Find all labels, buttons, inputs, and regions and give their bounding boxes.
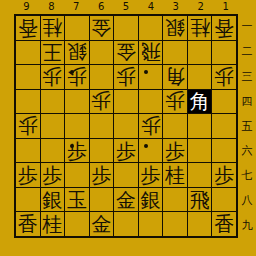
square-1-8[interactable] xyxy=(212,188,236,212)
square-8-9[interactable]: 桂 xyxy=(41,212,65,236)
square-8-2[interactable]: 王 xyxy=(41,41,65,65)
hoshi-dot xyxy=(70,144,74,148)
square-4-3[interactable] xyxy=(139,65,163,89)
square-5-9[interactable] xyxy=(114,212,138,236)
square-3-3[interactable]: 角 xyxy=(163,65,187,89)
square-2-6[interactable] xyxy=(188,139,212,163)
rank-label: 二 xyxy=(239,39,255,64)
piece-sente-飛: 飛 xyxy=(190,190,210,210)
square-9-1[interactable]: 香 xyxy=(16,16,40,40)
hoshi-dot xyxy=(70,70,74,74)
file-label: 1 xyxy=(213,0,238,13)
shogi-board: 香桂金銀桂香王銀金飛歩歩歩角歩歩歩角歩歩歩歩歩歩歩歩歩桂歩銀玉金銀飛香桂金香 xyxy=(14,14,238,238)
piece-gote-王: 王 xyxy=(42,42,62,62)
piece-gote-歩: 歩 xyxy=(214,67,234,87)
square-2-5[interactable] xyxy=(188,114,212,138)
square-3-1[interactable]: 銀 xyxy=(163,16,187,40)
hoshi-dot xyxy=(144,144,148,148)
square-6-4[interactable]: 歩 xyxy=(90,90,114,114)
square-1-2[interactable] xyxy=(212,41,236,65)
square-5-2[interactable]: 金 xyxy=(114,41,138,65)
piece-sente-金: 金 xyxy=(116,190,136,210)
shogi-app: 9 8 7 6 5 4 3 2 1 香桂金銀桂香王銀金飛歩歩歩角歩歩歩角歩歩歩歩… xyxy=(0,0,256,256)
square-2-7[interactable] xyxy=(188,163,212,187)
square-7-5[interactable] xyxy=(65,114,89,138)
piece-gote-桂: 桂 xyxy=(42,18,62,38)
square-5-8[interactable]: 金 xyxy=(114,188,138,212)
piece-gote-飛: 飛 xyxy=(141,42,161,62)
piece-sente-角: 角 xyxy=(190,91,210,111)
piece-gote-歩: 歩 xyxy=(42,67,62,87)
square-3-9[interactable] xyxy=(163,212,187,236)
square-8-4[interactable] xyxy=(41,90,65,114)
square-3-5[interactable] xyxy=(163,114,187,138)
piece-gote-銀: 銀 xyxy=(165,18,185,38)
square-6-9[interactable]: 金 xyxy=(90,212,114,236)
piece-gote-歩: 歩 xyxy=(141,116,161,136)
piece-gote-金: 金 xyxy=(116,42,136,62)
square-7-6[interactable]: 歩 xyxy=(65,139,89,163)
square-4-1[interactable] xyxy=(139,16,163,40)
piece-sente-歩: 歩 xyxy=(214,165,234,185)
square-9-7[interactable]: 歩 xyxy=(16,163,40,187)
square-1-1[interactable]: 香 xyxy=(212,16,236,40)
square-3-4[interactable]: 歩 xyxy=(163,90,187,114)
square-9-3[interactable] xyxy=(16,65,40,89)
piece-sente-玉: 玉 xyxy=(67,190,87,210)
piece-sente-桂: 桂 xyxy=(165,165,185,185)
rank-label: 六 xyxy=(239,138,255,163)
square-1-7[interactable]: 歩 xyxy=(212,163,236,187)
square-3-2[interactable] xyxy=(163,41,187,65)
square-1-6[interactable] xyxy=(212,139,236,163)
square-3-7[interactable]: 桂 xyxy=(163,163,187,187)
file-labels: 9 8 7 6 5 4 3 2 1 xyxy=(14,0,238,13)
square-5-3[interactable]: 歩 xyxy=(114,65,138,89)
rank-label: 八 xyxy=(239,188,255,213)
file-label: 8 xyxy=(39,0,64,13)
piece-sente-歩: 歩 xyxy=(42,165,62,185)
square-8-5[interactable] xyxy=(41,114,65,138)
square-1-5[interactable] xyxy=(212,114,236,138)
square-9-8[interactable] xyxy=(16,188,40,212)
piece-sente-歩: 歩 xyxy=(116,141,136,161)
square-7-8[interactable]: 玉 xyxy=(65,188,89,212)
square-6-5[interactable] xyxy=(90,114,114,138)
square-7-4[interactable] xyxy=(65,90,89,114)
piece-gote-歩: 歩 xyxy=(18,116,38,136)
piece-gote-香: 香 xyxy=(18,18,38,38)
square-6-6[interactable] xyxy=(90,139,114,163)
piece-gote-角: 角 xyxy=(165,67,185,87)
square-6-3[interactable] xyxy=(90,65,114,89)
square-5-7[interactable] xyxy=(114,163,138,187)
file-label: 4 xyxy=(138,0,163,13)
square-8-8[interactable]: 銀 xyxy=(41,188,65,212)
piece-gote-桂: 桂 xyxy=(190,18,210,38)
square-5-5[interactable] xyxy=(114,114,138,138)
square-4-6[interactable] xyxy=(139,139,163,163)
square-5-1[interactable] xyxy=(114,16,138,40)
square-2-9[interactable] xyxy=(188,212,212,236)
square-1-9[interactable]: 香 xyxy=(212,212,236,236)
piece-gote-銀: 銀 xyxy=(67,42,87,62)
rank-label: 一 xyxy=(239,14,255,39)
square-4-9[interactable] xyxy=(139,212,163,236)
square-7-1[interactable] xyxy=(65,16,89,40)
piece-sente-銀: 銀 xyxy=(141,190,161,210)
piece-gote-歩: 歩 xyxy=(116,67,136,87)
square-2-4[interactable]: 角 xyxy=(188,90,212,114)
square-1-3[interactable]: 歩 xyxy=(212,65,236,89)
square-2-1[interactable]: 桂 xyxy=(188,16,212,40)
square-2-2[interactable] xyxy=(188,41,212,65)
square-8-3[interactable]: 歩 xyxy=(41,65,65,89)
piece-sente-歩: 歩 xyxy=(91,165,111,185)
piece-sente-歩: 歩 xyxy=(141,165,161,185)
file-label: 3 xyxy=(163,0,188,13)
rank-label: 五 xyxy=(239,114,255,139)
square-5-6[interactable]: 歩 xyxy=(114,139,138,163)
square-9-9[interactable]: 香 xyxy=(16,212,40,236)
square-9-6[interactable] xyxy=(16,139,40,163)
piece-gote-歩: 歩 xyxy=(165,91,185,111)
piece-sente-歩: 歩 xyxy=(165,141,185,161)
square-3-8[interactable] xyxy=(163,188,187,212)
square-8-7[interactable]: 歩 xyxy=(41,163,65,187)
piece-gote-金: 金 xyxy=(91,18,111,38)
square-6-8[interactable] xyxy=(90,188,114,212)
square-9-5[interactable]: 歩 xyxy=(16,114,40,138)
file-label: 2 xyxy=(188,0,213,13)
piece-sente-銀: 銀 xyxy=(42,190,62,210)
square-4-8[interactable]: 銀 xyxy=(139,188,163,212)
file-label: 6 xyxy=(89,0,114,13)
piece-gote-歩: 歩 xyxy=(91,91,111,111)
square-7-3[interactable]: 歩 xyxy=(65,65,89,89)
piece-sente-香: 香 xyxy=(214,214,234,234)
rank-label: 四 xyxy=(239,89,255,114)
file-label: 7 xyxy=(64,0,89,13)
square-9-2[interactable] xyxy=(16,41,40,65)
square-9-4[interactable] xyxy=(16,90,40,114)
square-4-7[interactable]: 歩 xyxy=(139,163,163,187)
square-6-7[interactable]: 歩 xyxy=(90,163,114,187)
file-label: 5 xyxy=(114,0,139,13)
square-4-5[interactable]: 歩 xyxy=(139,114,163,138)
hoshi-dot xyxy=(144,70,148,74)
rank-label: 九 xyxy=(239,213,255,238)
square-8-6[interactable] xyxy=(41,139,65,163)
square-7-7[interactable] xyxy=(65,163,89,187)
square-7-2[interactable]: 銀 xyxy=(65,41,89,65)
piece-sente-歩: 歩 xyxy=(18,165,38,185)
rank-label: 七 xyxy=(239,163,255,188)
square-4-2[interactable]: 飛 xyxy=(139,41,163,65)
square-8-1[interactable]: 桂 xyxy=(41,16,65,40)
square-4-4[interactable] xyxy=(139,90,163,114)
square-6-1[interactable]: 金 xyxy=(90,16,114,40)
piece-sente-金: 金 xyxy=(91,214,111,234)
piece-gote-香: 香 xyxy=(214,18,234,38)
square-5-4[interactable] xyxy=(114,90,138,114)
square-2-3[interactable] xyxy=(188,65,212,89)
square-2-8[interactable]: 飛 xyxy=(188,188,212,212)
rank-labels: 一 二 三 四 五 六 七 八 九 xyxy=(239,14,255,238)
file-label: 9 xyxy=(14,0,39,13)
square-7-9[interactable] xyxy=(65,212,89,236)
square-6-2[interactable] xyxy=(90,41,114,65)
piece-sente-香: 香 xyxy=(18,214,38,234)
piece-sente-桂: 桂 xyxy=(42,214,62,234)
rank-label: 三 xyxy=(239,64,255,89)
square-3-6[interactable]: 歩 xyxy=(163,139,187,163)
square-1-4[interactable] xyxy=(212,90,236,114)
